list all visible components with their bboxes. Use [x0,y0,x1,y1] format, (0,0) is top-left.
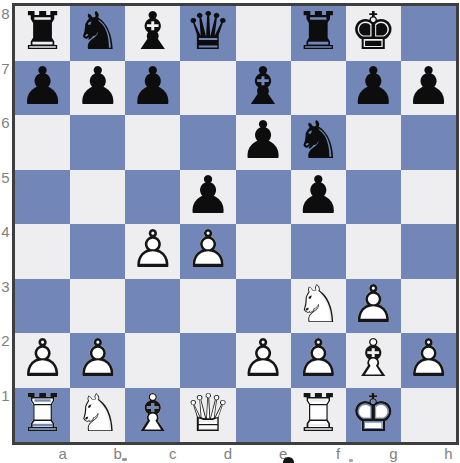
black-pawn-glyph: ♟ [240,115,287,167]
black-rook-glyph: ♜ [19,6,66,58]
black-rook-glyph: ♜ [295,6,342,58]
piece-white-pawn[interactable]: ♟♙ [15,333,70,388]
square-b3[interactable] [70,279,125,334]
piece-black-pawn[interactable]: ♟ [180,170,235,225]
square-c2[interactable] [125,333,180,388]
black-pawn-glyph: ♟ [19,60,66,112]
square-b4[interactable] [70,224,125,279]
black-king-glyph: ♚ [350,6,397,58]
piece-black-knight[interactable]: ♞ [291,115,346,170]
piece-black-pawn[interactable]: ♟ [291,170,346,225]
piece-white-pawn[interactable]: ♟♙ [291,333,346,388]
file-label-b: b [114,446,122,461]
black-pawn-glyph: ♟ [295,169,342,221]
square-g7[interactable]: ♟ [346,61,401,116]
square-f8[interactable]: ♜ [291,6,346,61]
black-knight-glyph: ♞ [295,115,342,167]
square-d6[interactable] [180,115,235,170]
piece-white-pawn[interactable]: ♟♙ [401,333,456,388]
square-c6[interactable] [125,115,180,170]
square-h6[interactable] [401,115,456,170]
square-f1[interactable]: ♜♖ [291,388,346,443]
white-pawn-outline: ♙ [405,333,452,385]
square-f7[interactable] [291,61,346,116]
rank-label-6: 6 [0,115,11,130]
square-e1[interactable] [236,388,291,443]
square-b2[interactable]: ♟♙ [70,333,125,388]
piece-white-rook[interactable]: ♜♖ [291,388,346,443]
square-d8[interactable]: ♛ [180,6,235,61]
square-d5[interactable]: ♟ [180,170,235,225]
piece-black-pawn[interactable]: ♟ [346,61,401,116]
piece-white-pawn[interactable]: ♟♙ [70,333,125,388]
square-d3[interactable] [180,279,235,334]
square-e2[interactable]: ♟♙ [236,333,291,388]
piece-white-knight[interactable]: ♞♘ [70,388,125,443]
square-h5[interactable] [401,170,456,225]
white-knight-outline: ♘ [74,387,121,439]
square-b5[interactable] [70,170,125,225]
white-bishop-outline: ♗ [130,387,177,439]
piece-black-pawn[interactable]: ♟ [70,61,125,116]
square-e4[interactable] [236,224,291,279]
black-pawn-glyph: ♟ [130,60,177,112]
black-pawn-glyph: ♟ [405,60,452,112]
white-rook-outline: ♖ [295,387,342,439]
black-bishop-glyph: ♝ [240,60,287,112]
square-h2[interactable]: ♟♙ [401,333,456,388]
square-a5[interactable] [15,170,70,225]
white-rook-outline: ♖ [19,387,66,439]
white-pawn-outline: ♙ [19,333,66,385]
square-e5[interactable] [236,170,291,225]
piece-white-pawn[interactable]: ♟♙ [346,279,401,334]
square-a3[interactable] [15,279,70,334]
white-pawn-outline: ♙ [74,333,121,385]
square-d2[interactable] [180,333,235,388]
square-g1[interactable]: ♚♔ [346,388,401,443]
piece-black-bishop[interactable]: ♝ [236,61,291,116]
piece-black-pawn[interactable]: ♟ [236,115,291,170]
square-h7[interactable]: ♟ [401,61,456,116]
white-pawn-outline: ♙ [240,333,287,385]
black-pawn-glyph: ♟ [74,60,121,112]
square-f2[interactable]: ♟♙ [291,333,346,388]
piece-black-bishop[interactable]: ♝ [125,6,180,61]
square-g4[interactable] [346,224,401,279]
piece-black-pawn[interactable]: ♟ [125,61,180,116]
black-pawn-glyph: ♟ [350,60,397,112]
square-b6[interactable] [70,115,125,170]
square-h3[interactable] [401,279,456,334]
square-d7[interactable] [180,61,235,116]
square-a7[interactable]: ♟ [15,61,70,116]
piece-white-rook[interactable]: ♜♖ [15,388,70,443]
piece-black-knight[interactable]: ♞ [70,6,125,61]
chess-board: ♜♞♝♛♜♚♟♟♟♝♟♟♟♞♟♟♟♙♟♙♞♘♟♙♟♙♟♙♟♙♟♙♝♗♟♙♜♖♞♘… [12,3,459,445]
cropped-artifact-b [122,458,127,461]
white-pawn-outline: ♙ [130,224,177,276]
square-g8[interactable]: ♚ [346,6,401,61]
square-f4[interactable] [291,224,346,279]
square-c5[interactable] [125,170,180,225]
square-b8[interactable]: ♞ [70,6,125,61]
white-pawn-outline: ♙ [185,224,232,276]
piece-white-bishop[interactable]: ♝♗ [125,388,180,443]
cropped-artifact-dot [283,457,294,463]
square-h8[interactable] [401,6,456,61]
file-label-h: h [444,446,452,461]
square-g5[interactable] [346,170,401,225]
square-e8[interactable] [236,6,291,61]
white-bishop-outline: ♗ [350,333,397,385]
rank-label-2: 2 [0,333,11,348]
piece-white-pawn[interactable]: ♟♙ [180,224,235,279]
file-label-c: c [169,446,177,461]
piece-black-rook[interactable]: ♜ [291,6,346,61]
square-e7[interactable]: ♝ [236,61,291,116]
piece-white-queen[interactable]: ♛♕ [180,388,235,443]
square-h4[interactable] [401,224,456,279]
rank-label-8: 8 [0,6,11,21]
black-bishop-glyph: ♝ [130,6,177,58]
rank-label-5: 5 [0,170,11,185]
piece-black-king[interactable]: ♚ [346,6,401,61]
square-c7[interactable]: ♟ [125,61,180,116]
square-e6[interactable]: ♟ [236,115,291,170]
piece-white-pawn[interactable]: ♟♙ [125,224,180,279]
square-b7[interactable]: ♟ [70,61,125,116]
piece-black-rook[interactable]: ♜ [15,6,70,61]
square-c8[interactable]: ♝ [125,6,180,61]
piece-black-pawn[interactable]: ♟ [15,61,70,116]
black-pawn-glyph: ♟ [185,169,232,221]
square-e3[interactable] [236,279,291,334]
white-king-outline: ♔ [350,387,397,439]
black-queen-glyph: ♛ [185,6,232,58]
white-knight-outline: ♘ [295,278,342,330]
file-label-a: a [58,446,66,461]
file-label-d: d [224,446,232,461]
square-b1[interactable]: ♞♘ [70,388,125,443]
piece-white-knight[interactable]: ♞♘ [291,279,346,334]
white-pawn-outline: ♙ [295,333,342,385]
rank-label-1: 1 [0,388,11,403]
square-d1[interactable]: ♛♕ [180,388,235,443]
piece-white-pawn[interactable]: ♟♙ [236,333,291,388]
piece-black-pawn[interactable]: ♟ [401,61,456,116]
square-f6[interactable]: ♞ [291,115,346,170]
cropped-artifact-f [349,459,353,462]
file-label-f: f [336,446,340,461]
square-g6[interactable] [346,115,401,170]
square-f5[interactable]: ♟ [291,170,346,225]
square-a4[interactable] [15,224,70,279]
square-d4[interactable]: ♟♙ [180,224,235,279]
square-c1[interactable]: ♝♗ [125,388,180,443]
square-g2[interactable]: ♝♗ [346,333,401,388]
black-knight-glyph: ♞ [74,6,121,58]
square-a6[interactable] [15,115,70,170]
piece-white-bishop[interactable]: ♝♗ [346,333,401,388]
white-queen-outline: ♕ [185,387,232,439]
square-h1[interactable] [401,388,456,443]
rank-label-4: 4 [0,224,11,239]
square-a1[interactable]: ♜♖ [15,388,70,443]
piece-white-king[interactable]: ♚♔ [346,388,401,443]
square-c4[interactable]: ♟♙ [125,224,180,279]
rank-label-7: 7 [0,61,11,76]
piece-black-queen[interactable]: ♛ [180,6,235,61]
chess-page: ♜♞♝♛♜♚♟♟♟♝♟♟♟♞♟♟♟♙♟♙♞♘♟♙♟♙♟♙♟♙♟♙♝♗♟♙♜♖♞♘… [0,0,460,463]
square-a2[interactable]: ♟♙ [15,333,70,388]
white-pawn-outline: ♙ [350,278,397,330]
square-g3[interactable]: ♟♙ [346,279,401,334]
rank-label-3: 3 [0,279,11,294]
file-label-g: g [389,446,397,461]
square-a8[interactable]: ♜ [15,6,70,61]
square-f3[interactable]: ♞♘ [291,279,346,334]
square-c3[interactable] [125,279,180,334]
